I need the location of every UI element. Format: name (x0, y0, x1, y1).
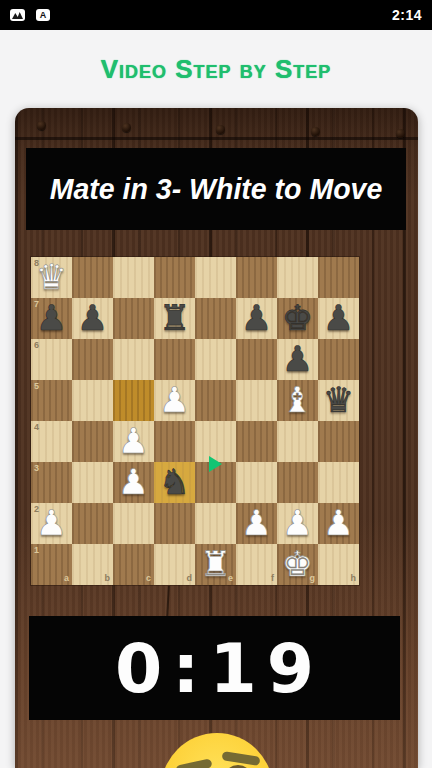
board-square-g6[interactable]: ♟ (277, 339, 318, 380)
board-square-e2[interactable] (195, 503, 236, 544)
white-pawn[interactable]: ♟ (118, 421, 149, 462)
puzzle-title-banner: Mate in 3- White to Move (26, 148, 406, 230)
black-pawn[interactable]: ♟ (77, 298, 108, 339)
photo-icon (10, 9, 25, 21)
board-square-d8[interactable] (154, 257, 195, 298)
puzzle-card: Mate in 3- White to Move 8♛7♟♟♜♟♚♟6♟5♟♝♛… (15, 108, 418, 768)
board-square-b3[interactable] (72, 462, 113, 503)
board-square-e6[interactable] (195, 339, 236, 380)
board-square-f8[interactable] (236, 257, 277, 298)
board-square-e1[interactable]: e♜ (195, 544, 236, 585)
white-pawn[interactable]: ♟ (323, 503, 354, 544)
board-square-c6[interactable] (113, 339, 154, 380)
black-pawn[interactable]: ♟ (241, 298, 272, 339)
board-square-b2[interactable] (72, 503, 113, 544)
board-square-d3[interactable]: ♞ (154, 462, 195, 503)
board-square-a2[interactable]: 2♟ (31, 503, 72, 544)
white-king[interactable]: ♚ (282, 544, 313, 585)
clock-text: 2:14 (392, 7, 422, 23)
rank-label: 3 (34, 464, 39, 473)
board-square-d6[interactable] (154, 339, 195, 380)
nail-icon (396, 129, 405, 138)
board-square-f1[interactable]: f (236, 544, 277, 585)
nail-icon (311, 127, 320, 136)
board-square-g7[interactable]: ♚ (277, 298, 318, 339)
board-square-e7[interactable] (195, 298, 236, 339)
board-square-f5[interactable] (236, 380, 277, 421)
board-square-g8[interactable] (277, 257, 318, 298)
emoji-right-eyebrow (221, 751, 260, 766)
page-title: Video Step by Step (101, 54, 332, 85)
board-square-f2[interactable]: ♟ (236, 503, 277, 544)
rank-label: 1 (34, 546, 39, 555)
board-square-b4[interactable] (72, 421, 113, 462)
board-square-e5[interactable] (195, 380, 236, 421)
file-label: f (271, 574, 274, 583)
board-square-c4[interactable]: ♟ (113, 421, 154, 462)
black-rook[interactable]: ♜ (159, 298, 190, 339)
rank-label: 5 (34, 382, 39, 391)
board-square-h6[interactable] (318, 339, 359, 380)
black-knight[interactable]: ♞ (159, 462, 190, 503)
board-square-c8[interactable] (113, 257, 154, 298)
file-label: h (351, 574, 357, 583)
white-pawn[interactable]: ♟ (36, 503, 67, 544)
nail-icon (216, 125, 225, 134)
board-square-d4[interactable] (154, 421, 195, 462)
file-label: b (105, 574, 111, 583)
board-square-g4[interactable] (277, 421, 318, 462)
board-square-f7[interactable]: ♟ (236, 298, 277, 339)
countdown-timer: 0:19 (105, 629, 324, 708)
board-square-h3[interactable] (318, 462, 359, 503)
white-pawn[interactable]: ♟ (118, 462, 149, 503)
black-pawn[interactable]: ♟ (282, 339, 313, 380)
board-square-g3[interactable] (277, 462, 318, 503)
board-square-g1[interactable]: g♚ (277, 544, 318, 585)
black-pawn[interactable]: ♟ (323, 298, 354, 339)
board-square-b5[interactable] (72, 380, 113, 421)
board-square-h2[interactable]: ♟ (318, 503, 359, 544)
board-square-h1[interactable]: h (318, 544, 359, 585)
wood-seam (15, 137, 418, 140)
board-square-h7[interactable]: ♟ (318, 298, 359, 339)
white-queen[interactable]: ♛ (36, 257, 67, 298)
nail-icon (122, 123, 131, 132)
board-square-a7[interactable]: 7♟ (31, 298, 72, 339)
board-square-a3[interactable]: 3 (31, 462, 72, 503)
black-queen[interactable]: ♛ (323, 380, 354, 421)
timer-banner: 0:19 (29, 616, 400, 720)
board-square-a1[interactable]: 1a (31, 544, 72, 585)
board-square-b7[interactable]: ♟ (72, 298, 113, 339)
white-pawn[interactable]: ♟ (159, 380, 190, 421)
board-square-c2[interactable] (113, 503, 154, 544)
board-square-d5[interactable]: ♟ (154, 380, 195, 421)
board-square-a5[interactable]: 5 (31, 380, 72, 421)
board-square-a8[interactable]: 8♛ (31, 257, 72, 298)
raised-eyebrow-emoji (161, 733, 273, 768)
chess-board: 8♛7♟♟♜♟♚♟6♟5♟♝♛4♟3♟♞2♟♟♟♟1abcde♜fg♚h (31, 257, 359, 585)
board-square-h4[interactable] (318, 421, 359, 462)
board-square-a6[interactable]: 6 (31, 339, 72, 380)
white-pawn[interactable]: ♟ (241, 503, 272, 544)
black-king[interactable]: ♚ (282, 298, 313, 339)
white-rook[interactable]: ♜ (200, 544, 231, 585)
board-square-g2[interactable]: ♟ (277, 503, 318, 544)
emoji-left-eyebrow (175, 758, 212, 768)
white-pawn[interactable]: ♟ (282, 503, 313, 544)
notification-icons: A (10, 9, 50, 21)
board-square-e8[interactable] (195, 257, 236, 298)
nail-icon (37, 121, 46, 130)
file-label: a (64, 574, 69, 583)
board-square-a4[interactable]: 4 (31, 421, 72, 462)
board-square-f3[interactable] (236, 462, 277, 503)
wood-crack (166, 586, 170, 618)
rank-label: 4 (34, 423, 39, 432)
board-square-d1[interactable]: d (154, 544, 195, 585)
board-square-b1[interactable]: b (72, 544, 113, 585)
file-label: d (187, 574, 193, 583)
board-square-c3[interactable]: ♟ (113, 462, 154, 503)
board-square-c5[interactable] (113, 380, 154, 421)
board-square-h8[interactable] (318, 257, 359, 298)
app-header: Video Step by Step (0, 30, 432, 108)
play-marker-icon (209, 456, 222, 472)
board-square-g5[interactable]: ♝ (277, 380, 318, 421)
board-square-b8[interactable] (72, 257, 113, 298)
board-square-b6[interactable] (72, 339, 113, 380)
board-square-c1[interactable]: c (113, 544, 154, 585)
board-square-f4[interactable] (236, 421, 277, 462)
board-square-f6[interactable] (236, 339, 277, 380)
board-square-d7[interactable]: ♜ (154, 298, 195, 339)
file-label: c (146, 574, 151, 583)
board-square-h5[interactable]: ♛ (318, 380, 359, 421)
puzzle-title: Mate in 3- White to Move (50, 172, 383, 206)
board-square-d2[interactable] (154, 503, 195, 544)
rank-label: 6 (34, 341, 39, 350)
board-square-c7[interactable] (113, 298, 154, 339)
status-bar: A 2:14 (0, 0, 432, 30)
white-bishop[interactable]: ♝ (282, 380, 313, 421)
black-pawn[interactable]: ♟ (36, 298, 67, 339)
letter-a-icon: A (36, 9, 50, 21)
